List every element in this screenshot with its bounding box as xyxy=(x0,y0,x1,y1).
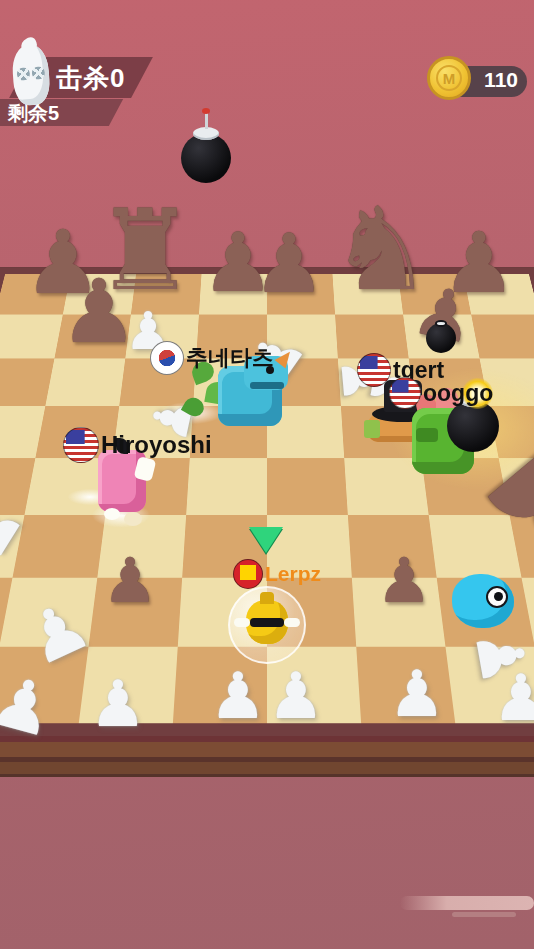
icon-swirl xyxy=(19,35,39,54)
board-square xyxy=(471,315,534,359)
game-stage: ♟♜♟♟♞♟♟♟♟♟♟♟♟♟♟♟♟♟♟♟♟♟♟♟♟ 추네타츠tgertooggo… xyxy=(0,0,534,949)
fuse-tip-icon xyxy=(202,108,210,114)
leaf-spike xyxy=(189,359,217,385)
pink-spike xyxy=(436,388,458,410)
chick-glasses xyxy=(250,618,284,627)
player-indicator-arrow xyxy=(249,527,283,553)
board-square xyxy=(0,647,89,724)
dino-eye xyxy=(452,422,461,431)
chick-wing xyxy=(284,618,300,627)
chick-crest xyxy=(260,592,274,604)
remaining-label: 剩余 xyxy=(8,102,48,124)
ko-piece-icon xyxy=(11,44,51,106)
bird-foot xyxy=(104,508,120,520)
body-bit xyxy=(364,420,380,438)
board-square xyxy=(63,274,136,315)
x-eye-icon xyxy=(31,66,45,80)
board-square xyxy=(0,578,97,647)
board-square xyxy=(403,315,479,359)
board-square xyxy=(267,458,348,515)
board-square xyxy=(89,578,183,647)
character-teal-dino[interactable] xyxy=(186,352,306,438)
character-yellow-chick[interactable] xyxy=(228,586,306,664)
kills-text: 击杀0 xyxy=(56,61,125,96)
dino-snout xyxy=(416,428,438,442)
board-square xyxy=(54,315,130,359)
board-square xyxy=(267,274,335,315)
bomb-cap-icon xyxy=(193,127,219,140)
board-square xyxy=(352,578,446,647)
board-square xyxy=(186,458,267,515)
board-square xyxy=(348,515,437,578)
character-pink-bird[interactable] xyxy=(84,438,164,530)
board-square xyxy=(445,647,534,724)
coin-letter: M xyxy=(436,65,462,91)
coin-icon: M xyxy=(427,56,471,100)
chick-wing xyxy=(234,618,250,627)
board-front-edge xyxy=(0,736,534,777)
character-green-dino[interactable] xyxy=(406,392,488,484)
board-square xyxy=(0,274,71,315)
light-streak xyxy=(452,912,516,917)
board-square xyxy=(332,274,403,315)
board-square xyxy=(0,315,63,359)
remaining-value: 5 xyxy=(48,102,59,124)
x-eye-icon xyxy=(16,67,30,81)
bird-foot xyxy=(124,512,142,526)
dino-mouth xyxy=(250,382,284,389)
coin-value: 110 xyxy=(470,68,518,92)
dino-eye xyxy=(266,366,274,374)
board-square xyxy=(429,515,522,578)
board-square xyxy=(45,358,125,406)
kills-value: 0 xyxy=(110,63,125,93)
slime-pupil xyxy=(494,592,503,601)
board-square xyxy=(335,315,409,359)
held-piece xyxy=(134,456,157,482)
board-square xyxy=(131,274,202,315)
board-square xyxy=(356,647,455,724)
bomb-top xyxy=(181,133,231,183)
hair-curl xyxy=(116,438,128,454)
board-square xyxy=(199,274,267,315)
light-streak xyxy=(400,896,534,910)
bomb-fuse-icon xyxy=(205,112,209,129)
board-square xyxy=(463,274,534,315)
board-square xyxy=(79,647,178,724)
character-cyan-slime[interactable] xyxy=(452,574,514,628)
board-square xyxy=(398,274,471,315)
kills-label: 击杀 xyxy=(56,63,110,93)
